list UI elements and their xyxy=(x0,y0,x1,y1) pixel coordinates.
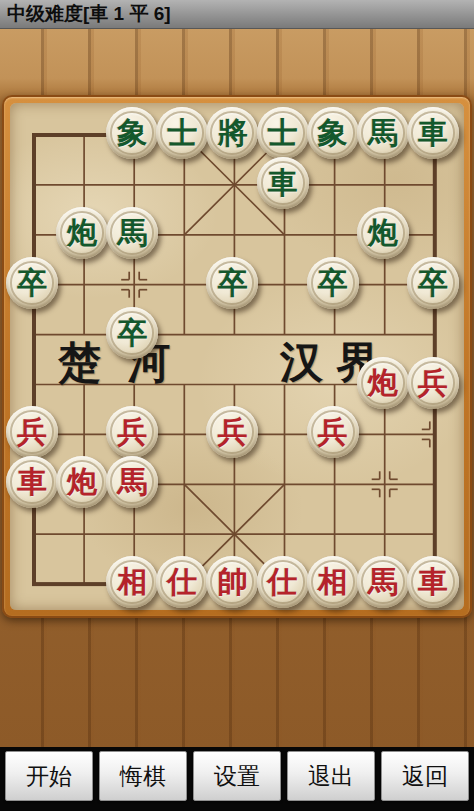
piece-glyph: 象 xyxy=(318,118,348,148)
piece-glyph: 士 xyxy=(268,118,298,148)
piece-glyph: 兵 xyxy=(418,368,448,398)
piece-red-chariot[interactable]: 車 xyxy=(407,556,459,608)
piece-red-horse[interactable]: 馬 xyxy=(357,556,409,608)
piece-glyph: 車 xyxy=(418,567,448,597)
piece-black-advisor[interactable]: 士 xyxy=(257,107,309,159)
piece-glyph: 兵 xyxy=(217,417,247,447)
piece-black-soldier[interactable]: 卒 xyxy=(206,257,258,309)
piece-glyph: 馬 xyxy=(368,118,398,148)
piece-glyph: 炮 xyxy=(368,368,398,398)
piece-glyph: 仕 xyxy=(268,567,298,597)
piece-glyph: 馬 xyxy=(117,218,147,248)
piece-glyph: 馬 xyxy=(117,467,147,497)
piece-red-soldier[interactable]: 兵 xyxy=(307,406,359,458)
piece-glyph: 車 xyxy=(17,467,47,497)
piece-black-elephant[interactable]: 象 xyxy=(307,107,359,159)
piece-black-cannon[interactable]: 炮 xyxy=(56,207,108,259)
piece-glyph: 車 xyxy=(418,118,448,148)
piece-black-advisor[interactable]: 士 xyxy=(156,107,208,159)
piece-glyph: 帥 xyxy=(217,567,247,597)
piece-glyph: 將 xyxy=(217,118,247,148)
piece-glyph: 相 xyxy=(318,567,348,597)
exit-button[interactable]: 退出 xyxy=(287,751,375,801)
piece-black-general[interactable]: 將 xyxy=(206,107,258,159)
piece-glyph: 卒 xyxy=(17,268,47,298)
piece-glyph: 仕 xyxy=(167,567,197,597)
piece-black-horse[interactable]: 馬 xyxy=(106,207,158,259)
piece-glyph: 卒 xyxy=(217,268,247,298)
back-button[interactable]: 返回 xyxy=(381,751,469,801)
piece-glyph: 相 xyxy=(117,567,147,597)
piece-black-chariot[interactable]: 車 xyxy=(257,157,309,209)
piece-red-advisor[interactable]: 仕 xyxy=(156,556,208,608)
piece-red-elephant[interactable]: 相 xyxy=(106,556,158,608)
piece-glyph: 士 xyxy=(167,118,197,148)
piece-glyph: 兵 xyxy=(117,417,147,447)
piece-glyph: 兵 xyxy=(17,417,47,447)
piece-black-soldier[interactable]: 卒 xyxy=(407,257,459,309)
piece-black-elephant[interactable]: 象 xyxy=(106,107,158,159)
piece-red-cannon[interactable]: 炮 xyxy=(56,456,108,508)
piece-glyph: 卒 xyxy=(318,268,348,298)
piece-red-soldier[interactable]: 兵 xyxy=(6,406,58,458)
piece-red-cannon[interactable]: 炮 xyxy=(357,357,409,409)
piece-black-soldier[interactable]: 卒 xyxy=(6,257,58,309)
start-button[interactable]: 开始 xyxy=(5,751,93,801)
piece-glyph: 兵 xyxy=(318,417,348,447)
bottom-button-bar: 开始 悔棋 设置 退出 返回 xyxy=(0,747,474,811)
settings-button[interactable]: 设置 xyxy=(193,751,281,801)
piece-black-soldier[interactable]: 卒 xyxy=(307,257,359,309)
piece-glyph: 炮 xyxy=(67,467,97,497)
piece-glyph: 馬 xyxy=(368,567,398,597)
piece-black-chariot[interactable]: 車 xyxy=(407,107,459,159)
piece-red-soldier[interactable]: 兵 xyxy=(407,357,459,409)
xiangqi-app: 中级难度[車 1 平 6] 楚河 汉界 象士將士象馬車車炮馬炮卒卒卒卒卒炮兵兵兵… xyxy=(0,0,474,811)
difficulty-and-last-move-label: 中级难度[車 1 平 6] xyxy=(0,0,474,28)
piece-glyph: 象 xyxy=(117,118,147,148)
piece-glyph: 炮 xyxy=(368,218,398,248)
piece-black-cannon[interactable]: 炮 xyxy=(357,207,409,259)
piece-glyph: 炮 xyxy=(67,218,97,248)
piece-black-soldier[interactable]: 卒 xyxy=(106,307,158,359)
piece-glyph: 卒 xyxy=(418,268,448,298)
piece-red-advisor[interactable]: 仕 xyxy=(257,556,309,608)
piece-red-chariot[interactable]: 車 xyxy=(6,456,58,508)
piece-black-horse[interactable]: 馬 xyxy=(357,107,409,159)
title-bar: 中级难度[車 1 平 6] xyxy=(0,0,474,29)
piece-glyph: 卒 xyxy=(117,318,147,348)
piece-glyph: 車 xyxy=(268,168,298,198)
undo-button[interactable]: 悔棋 xyxy=(99,751,187,801)
piece-red-elephant[interactable]: 相 xyxy=(307,556,359,608)
